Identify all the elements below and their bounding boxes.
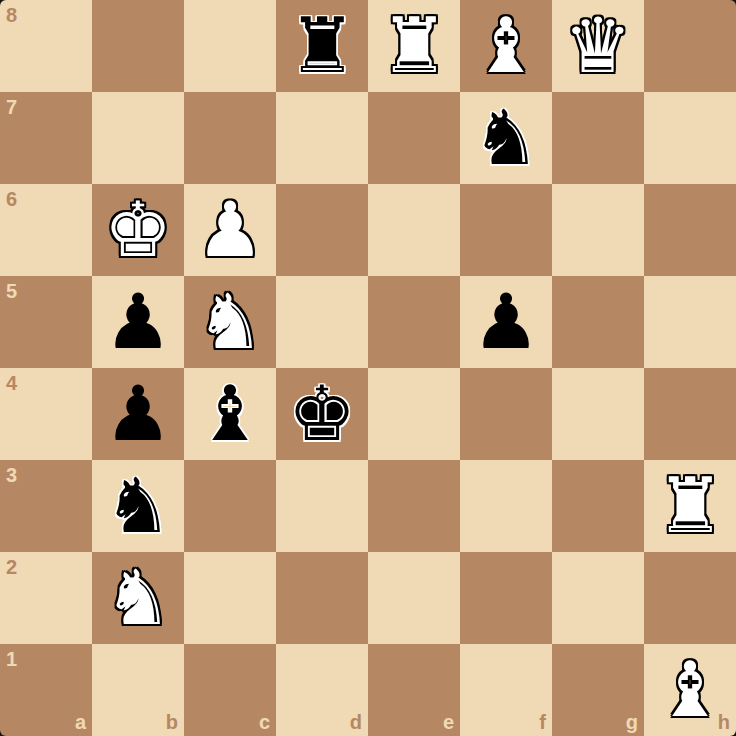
square-f8[interactable]: ♝	[460, 0, 552, 92]
square-a4[interactable]: 4	[0, 368, 92, 460]
square-b4[interactable]: ♟	[92, 368, 184, 460]
square-c4[interactable]: ♝	[184, 368, 276, 460]
file-label-d: d	[350, 712, 362, 732]
black-pawn-b4[interactable]: ♟	[104, 368, 172, 460]
square-c1[interactable]: c	[184, 644, 276, 736]
square-g2[interactable]	[552, 552, 644, 644]
rank-label-8: 8	[6, 5, 17, 25]
white-rook-h3[interactable]: ♜	[656, 460, 724, 552]
square-a8[interactable]: 8	[0, 0, 92, 92]
square-f3[interactable]	[460, 460, 552, 552]
square-g4[interactable]	[552, 368, 644, 460]
square-e1[interactable]: e	[368, 644, 460, 736]
square-f1[interactable]: f	[460, 644, 552, 736]
square-e5[interactable]	[368, 276, 460, 368]
black-pawn-f5[interactable]: ♟	[472, 276, 540, 368]
square-g8[interactable]: ♛	[552, 0, 644, 92]
rank-label-1: 1	[6, 649, 17, 669]
square-d4[interactable]: ♚	[276, 368, 368, 460]
square-b5[interactable]: ♟	[92, 276, 184, 368]
square-h8[interactable]	[644, 0, 736, 92]
white-knight-b2[interactable]: ♞	[104, 552, 172, 644]
square-f7[interactable]: ♞	[460, 92, 552, 184]
square-f5[interactable]: ♟	[460, 276, 552, 368]
square-h1[interactable]: h♝	[644, 644, 736, 736]
white-king-b6[interactable]: ♚	[104, 184, 172, 276]
square-d1[interactable]: d	[276, 644, 368, 736]
square-h6[interactable]	[644, 184, 736, 276]
square-g7[interactable]	[552, 92, 644, 184]
square-a6[interactable]: 6	[0, 184, 92, 276]
rank-label-5: 5	[6, 281, 17, 301]
file-label-e: e	[443, 712, 454, 732]
square-e7[interactable]	[368, 92, 460, 184]
square-c2[interactable]	[184, 552, 276, 644]
square-c6[interactable]: ♟	[184, 184, 276, 276]
square-b7[interactable]	[92, 92, 184, 184]
file-label-f: f	[539, 712, 546, 732]
square-b6[interactable]: ♚	[92, 184, 184, 276]
square-d8[interactable]: ♜	[276, 0, 368, 92]
square-h4[interactable]	[644, 368, 736, 460]
black-bishop-c4[interactable]: ♝	[196, 368, 264, 460]
square-g1[interactable]: g	[552, 644, 644, 736]
square-g3[interactable]	[552, 460, 644, 552]
square-a7[interactable]: 7	[0, 92, 92, 184]
square-c8[interactable]	[184, 0, 276, 92]
square-d3[interactable]	[276, 460, 368, 552]
file-label-a: a	[75, 712, 86, 732]
square-h3[interactable]: ♜	[644, 460, 736, 552]
white-queen-g8[interactable]: ♛	[564, 0, 632, 92]
file-label-b: b	[166, 712, 178, 732]
square-b1[interactable]: b	[92, 644, 184, 736]
white-bishop-h1[interactable]: ♝	[656, 644, 724, 736]
square-c3[interactable]	[184, 460, 276, 552]
square-a3[interactable]: 3	[0, 460, 92, 552]
file-label-c: c	[259, 712, 270, 732]
square-f6[interactable]	[460, 184, 552, 276]
square-a1[interactable]: 1a	[0, 644, 92, 736]
square-h7[interactable]	[644, 92, 736, 184]
square-e6[interactable]	[368, 184, 460, 276]
rank-label-2: 2	[6, 557, 17, 577]
square-c7[interactable]	[184, 92, 276, 184]
square-g5[interactable]	[552, 276, 644, 368]
file-label-g: g	[626, 712, 638, 732]
rank-label-4: 4	[6, 373, 17, 393]
square-b3[interactable]: ♞	[92, 460, 184, 552]
square-d2[interactable]	[276, 552, 368, 644]
white-rook-e8[interactable]: ♜	[380, 0, 448, 92]
square-c5[interactable]: ♞	[184, 276, 276, 368]
square-a2[interactable]: 2	[0, 552, 92, 644]
square-d6[interactable]	[276, 184, 368, 276]
white-knight-c5[interactable]: ♞	[196, 276, 264, 368]
square-e2[interactable]	[368, 552, 460, 644]
square-d5[interactable]	[276, 276, 368, 368]
black-rook-d8[interactable]: ♜	[288, 0, 356, 92]
rank-label-6: 6	[6, 189, 17, 209]
black-knight-b3[interactable]: ♞	[104, 460, 172, 552]
square-h2[interactable]	[644, 552, 736, 644]
square-e8[interactable]: ♜	[368, 0, 460, 92]
square-f2[interactable]	[460, 552, 552, 644]
square-e3[interactable]	[368, 460, 460, 552]
square-a5[interactable]: 5	[0, 276, 92, 368]
white-bishop-f8[interactable]: ♝	[472, 0, 540, 92]
square-e4[interactable]	[368, 368, 460, 460]
square-b2[interactable]: ♞	[92, 552, 184, 644]
rank-label-3: 3	[6, 465, 17, 485]
square-f4[interactable]	[460, 368, 552, 460]
rank-label-7: 7	[6, 97, 17, 117]
black-pawn-b5[interactable]: ♟	[104, 276, 172, 368]
chess-board: 8♜♜♝♛7♞6♚♟5♟♞♟4♟♝♚3♞♜2♞1abcdefgh♝	[0, 0, 736, 736]
square-d7[interactable]	[276, 92, 368, 184]
square-b8[interactable]	[92, 0, 184, 92]
black-king-d4[interactable]: ♚	[288, 368, 356, 460]
square-h5[interactable]	[644, 276, 736, 368]
black-knight-f7[interactable]: ♞	[472, 92, 540, 184]
white-pawn-c6[interactable]: ♟	[196, 184, 264, 276]
square-g6[interactable]	[552, 184, 644, 276]
